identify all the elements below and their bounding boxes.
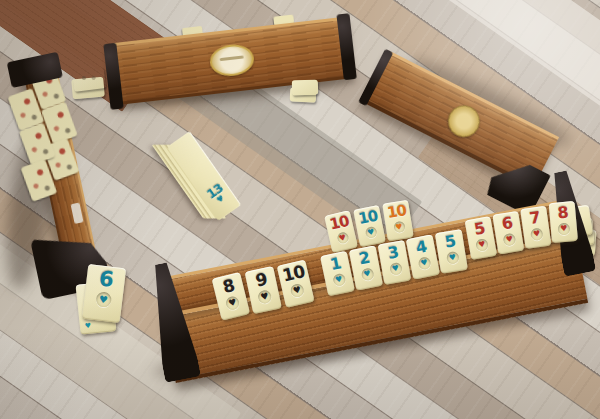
loose-tile-pair: ♥ 6 ♥: [78, 266, 148, 342]
tile-pit: ♥: [225, 295, 241, 311]
heart-icon: ♥: [395, 222, 403, 231]
heart-icon: ♥: [366, 228, 375, 237]
heart-icon: ♥: [448, 253, 456, 262]
tile-number: 5: [444, 233, 457, 250]
heart-icon: ♥: [338, 233, 347, 242]
tile-red-8[interactable]: 8♥: [549, 201, 578, 243]
heart-icon: ♥: [84, 322, 91, 331]
heart-icon: ♥: [292, 285, 302, 296]
tile-red-5[interactable]: 5♥: [465, 216, 498, 260]
heart-icon: ♥: [505, 235, 513, 244]
heart-icon: ♥: [228, 298, 238, 309]
tile-pit: ♥: [389, 262, 403, 276]
tile-black-9[interactable]: 9♥: [245, 266, 282, 314]
tile-pit: ♥: [257, 289, 272, 304]
tile-number: 7: [528, 210, 540, 227]
heart-icon: ♥: [216, 194, 226, 205]
heart-icon: ♥: [478, 240, 486, 249]
heart-icon: ♥: [560, 225, 568, 234]
tile-pit: ♥: [503, 233, 517, 247]
tile-pit: ♥: [557, 223, 570, 236]
tile-number: 10: [328, 214, 350, 233]
tile-red-7[interactable]: 7♥: [520, 206, 551, 249]
tile-blue-4[interactable]: 4♥: [406, 234, 440, 279]
okey-game-photo: 13 ♥ 10♥10♥10♥ 8♥9♥10♥ 1♥2♥3♥4♥5♥ 5♥6♥7♥…: [0, 0, 600, 419]
heart-icon: ♥: [420, 259, 429, 268]
tile-number: 8: [557, 205, 568, 222]
heart-icon: ♥: [260, 292, 270, 302]
tile-pit: ♥: [364, 226, 377, 239]
tile-blue-10[interactable]: 10♥: [353, 205, 386, 247]
tile-red-6[interactable]: 6♥: [492, 211, 524, 255]
tile-pit: ♥: [417, 256, 431, 270]
tile-blue-6[interactable]: 6 ♥: [82, 264, 126, 323]
tile-number: 8: [221, 277, 236, 296]
tile-pit: ♥: [360, 267, 374, 281]
heart-icon: ♥: [334, 275, 343, 284]
tile-number: 10: [386, 203, 407, 221]
face-down-stack-top[interactable]: [72, 67, 106, 92]
tile-number: 10: [281, 263, 306, 284]
heart-icon: ♥: [533, 230, 541, 239]
tile-number: 1: [329, 255, 342, 273]
face-down-stack-top[interactable]: [292, 80, 319, 96]
tile-pit: ♥: [336, 231, 349, 244]
tile-pit: ♥: [393, 221, 406, 234]
tile-number: 5: [473, 220, 486, 238]
tile-number: 9: [254, 271, 268, 290]
tile-pit: ♥: [446, 251, 460, 265]
tile-number: 6: [98, 268, 114, 291]
heart-icon: ♥: [391, 264, 399, 273]
tile-number: 6: [501, 215, 514, 232]
tile-number: 4: [415, 239, 428, 257]
heart-icon: ♥: [98, 294, 108, 305]
tile-number: 3: [386, 244, 399, 262]
tile-number: 10: [357, 209, 378, 227]
tile-pit: ♥: [475, 238, 489, 252]
heart-icon: ♥: [363, 270, 372, 279]
tile-pit: ♥: [332, 273, 346, 287]
tile-number: 2: [358, 250, 371, 268]
tile-pit: ♥: [95, 291, 112, 308]
tile-pit: ♥: [530, 228, 544, 242]
tile-pit: ♥: [289, 283, 305, 299]
